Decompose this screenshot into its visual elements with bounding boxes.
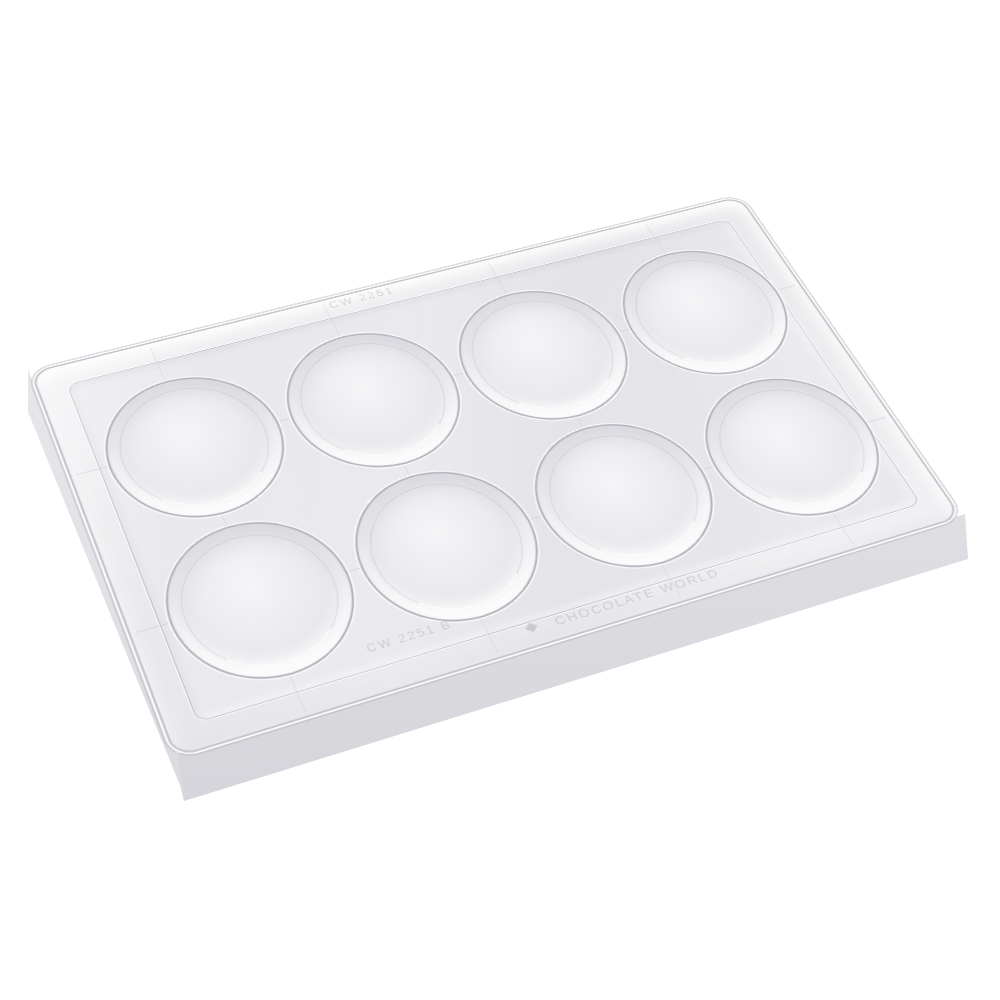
tray-top-face: CW 2251 ◆ CHOCOLATE WORLD CW 2251 B xyxy=(30,196,962,758)
brand-logo-mark: ◆ xyxy=(521,617,541,636)
chocolate-mould-tray: CW 2251 ◆ CHOCOLATE WORLD CW 2251 B xyxy=(30,196,962,758)
product-photo: CW 2251 ◆ CHOCOLATE WORLD CW 2251 B xyxy=(0,0,1000,1000)
